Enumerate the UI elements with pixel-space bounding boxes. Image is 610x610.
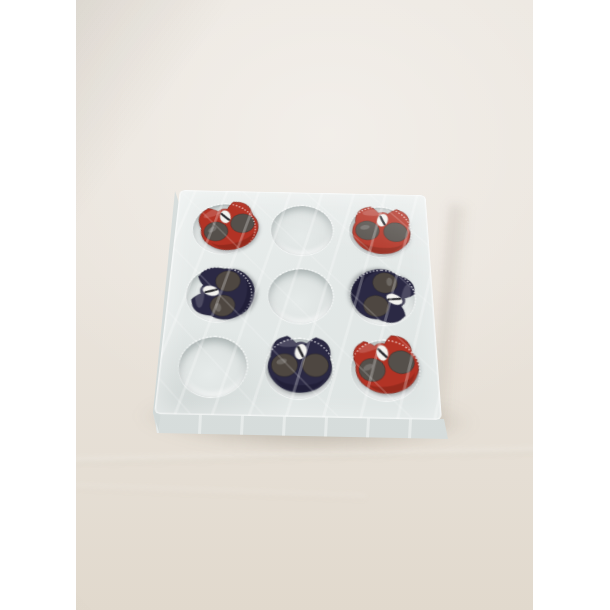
backdrop-crease [76, 484, 366, 502]
piece-right-eye [360, 292, 392, 320]
cell-r3c3[interactable] [342, 332, 431, 410]
piece-nose-oval [201, 284, 221, 298]
piece-left-eye [270, 353, 298, 378]
piece-shading [357, 238, 404, 255]
piece-body [187, 264, 259, 323]
piece-body [266, 336, 332, 394]
recess [349, 207, 412, 258]
piece-shading [346, 267, 377, 309]
piece-left-eye [369, 269, 401, 296]
piece-eye-highlight [387, 277, 393, 286]
product-photo-page [0, 0, 610, 610]
piece-right-eye [302, 353, 329, 378]
piece-gloss [202, 203, 230, 220]
tictactoe-board [154, 190, 442, 420]
piece-nose-oval [376, 213, 390, 228]
piece-nose-oval [293, 343, 308, 360]
piece-eye-highlight [206, 225, 217, 233]
piece-gloss [362, 208, 391, 216]
piece-navy[interactable] [180, 258, 262, 330]
recess [350, 270, 416, 326]
piece-red[interactable] [186, 193, 271, 259]
piece-shading [273, 376, 325, 393]
recess [267, 269, 333, 325]
photo-backdrop [76, 0, 533, 610]
recess [351, 340, 421, 401]
cell-r1c1[interactable] [181, 197, 264, 261]
recess [176, 337, 249, 398]
cell-r3c1[interactable] [165, 329, 258, 407]
piece-red[interactable] [340, 327, 434, 403]
piece-shading [367, 372, 420, 397]
tictactoe-board-grid [154, 190, 442, 420]
piece-left-eye [207, 293, 238, 318]
recess [190, 204, 255, 254]
piece-nose-oval [219, 210, 231, 224]
piece-nose-oval [385, 291, 405, 307]
recess [183, 267, 252, 322]
piece-body [194, 198, 265, 256]
piece-navy[interactable] [339, 257, 427, 336]
piece-nose-slash [380, 216, 386, 224]
recess [264, 339, 333, 400]
piece-nose-slash [221, 212, 228, 220]
piece-nose-slash [298, 347, 304, 356]
piece-left-eye [356, 356, 389, 384]
piece-eye-highlight [360, 224, 371, 230]
piece-shading [211, 230, 259, 253]
piece-left-eye [355, 220, 381, 241]
piece-navy[interactable] [259, 331, 340, 396]
piece-nose-slash [205, 288, 216, 294]
piece-gloss [400, 284, 413, 310]
recess [270, 205, 333, 256]
piece-body [343, 262, 420, 328]
piece-right-eye [383, 221, 408, 243]
cell-r2c2[interactable] [258, 261, 342, 332]
piece-body [348, 333, 426, 400]
piece-nose-slash [389, 296, 400, 303]
cell-r2c1[interactable] [173, 260, 261, 331]
piece-eye-highlight [214, 303, 221, 312]
cell-r1c3[interactable] [341, 200, 422, 265]
piece-right-eye [213, 269, 243, 293]
piece-eye-highlight [276, 358, 288, 366]
cell-r2c3[interactable] [341, 263, 426, 334]
cell-r3c2[interactable] [254, 330, 343, 408]
piece-nose-slash [379, 348, 387, 358]
piece-nose-oval [376, 345, 389, 361]
piece-gloss [357, 337, 388, 356]
piece-left-eye [201, 219, 231, 243]
piece-red[interactable] [344, 201, 419, 258]
cell-r1c2[interactable] [261, 198, 341, 263]
piece-body [351, 205, 412, 256]
piece-eye-highlight [362, 363, 374, 373]
piece-right-eye [385, 349, 418, 377]
piece-gloss [194, 283, 204, 308]
